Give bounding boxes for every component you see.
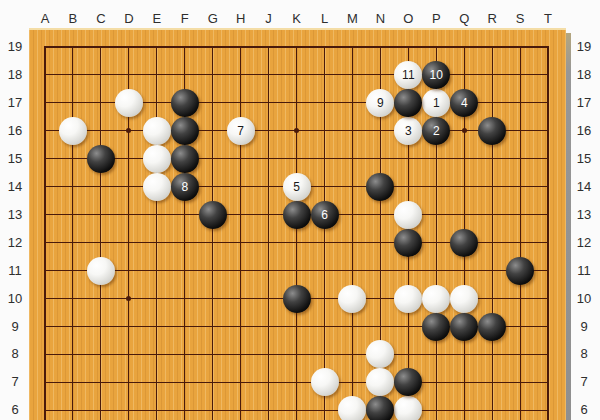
move-number-2: 2 (433, 125, 440, 137)
stone-white-E16[interactable] (143, 117, 171, 145)
row-label-right-12: 12 (571, 235, 597, 250)
board-edge-shadow (566, 33, 571, 420)
grid-line-horizontal-6 (44, 410, 549, 411)
row-label-left-12: 12 (2, 235, 28, 250)
col-label-A: A (35, 11, 55, 26)
stone-white-K14[interactable]: 5 (283, 173, 311, 201)
stone-white-P10[interactable] (422, 285, 450, 313)
col-label-H: H (231, 11, 251, 26)
row-label-right-9: 9 (571, 319, 597, 334)
stone-white-H16[interactable]: 7 (227, 117, 255, 145)
stone-white-M6[interactable] (338, 396, 366, 420)
move-number-1: 1 (433, 97, 440, 109)
grid-line-horizontal-15 (44, 158, 549, 159)
stone-white-O10[interactable] (394, 285, 422, 313)
stone-black-O12[interactable] (394, 229, 422, 257)
row-label-right-14: 14 (571, 179, 597, 194)
col-label-E: E (147, 11, 167, 26)
grid-line-horizontal-7 (44, 382, 549, 383)
stone-black-P9[interactable] (422, 313, 450, 341)
row-label-right-6: 6 (571, 402, 597, 417)
row-label-left-17: 17 (2, 95, 28, 110)
row-label-right-19: 19 (571, 39, 597, 54)
stone-white-O13[interactable] (394, 201, 422, 229)
stone-black-C15[interactable] (87, 145, 115, 173)
col-label-L: L (315, 11, 335, 26)
stone-black-N6[interactable] (366, 396, 394, 420)
stone-black-G13[interactable] (199, 201, 227, 229)
stone-black-F17[interactable] (171, 89, 199, 117)
move-number-7: 7 (237, 125, 244, 137)
col-label-C: C (91, 11, 111, 26)
move-number-3: 3 (405, 125, 412, 137)
row-label-right-7: 7 (571, 374, 597, 389)
move-number-10: 10 (430, 69, 443, 81)
col-label-T: T (538, 11, 558, 26)
stone-black-Q9[interactable] (450, 313, 478, 341)
row-label-left-7: 7 (2, 374, 28, 389)
stone-white-E15[interactable] (143, 145, 171, 173)
stone-white-E14[interactable] (143, 173, 171, 201)
move-number-6: 6 (321, 209, 328, 221)
row-label-left-18: 18 (2, 67, 28, 82)
stone-black-K13[interactable] (283, 201, 311, 229)
col-label-J: J (259, 11, 279, 26)
stone-white-L7[interactable] (311, 368, 339, 396)
row-label-left-6: 6 (2, 402, 28, 417)
col-label-R: R (482, 11, 502, 26)
stone-white-O6[interactable] (394, 396, 422, 420)
stone-white-B16[interactable] (59, 117, 87, 145)
grid-line-horizontal-11 (44, 270, 549, 271)
col-label-O: O (398, 11, 418, 26)
stone-black-Q17[interactable]: 4 (450, 89, 478, 117)
stone-white-M10[interactable] (338, 285, 366, 313)
stone-white-O16[interactable]: 3 (394, 117, 422, 145)
grid-line-horizontal-19 (44, 46, 549, 48)
row-label-left-13: 13 (2, 207, 28, 222)
stone-black-R16[interactable] (478, 117, 506, 145)
row-label-left-15: 15 (2, 151, 28, 166)
row-label-right-10: 10 (571, 291, 597, 306)
stone-black-L13[interactable]: 6 (311, 201, 339, 229)
row-label-right-15: 15 (571, 151, 597, 166)
col-label-P: P (426, 11, 446, 26)
grid-line-horizontal-18 (44, 74, 549, 75)
stone-black-Q12[interactable] (450, 229, 478, 257)
row-label-right-16: 16 (571, 123, 597, 138)
row-label-left-11: 11 (2, 263, 28, 278)
stone-black-F14[interactable]: 8 (171, 173, 199, 201)
col-label-K: K (287, 11, 307, 26)
stone-white-C11[interactable] (87, 257, 115, 285)
stone-black-K10[interactable] (283, 285, 311, 313)
col-label-S: S (510, 11, 530, 26)
col-label-M: M (342, 11, 362, 26)
row-label-left-8: 8 (2, 346, 28, 361)
stone-black-R9[interactable] (478, 313, 506, 341)
move-number-8: 8 (181, 181, 188, 193)
col-label-B: B (63, 11, 83, 26)
col-label-Q: Q (454, 11, 474, 26)
stone-black-N14[interactable] (366, 173, 394, 201)
col-label-N: N (370, 11, 390, 26)
stone-white-P17[interactable]: 1 (422, 89, 450, 117)
move-number-11: 11 (402, 69, 414, 81)
grid-line-horizontal-8 (44, 354, 549, 355)
move-number-4: 4 (461, 97, 468, 109)
stone-black-S11[interactable] (506, 257, 534, 285)
row-label-left-19: 19 (2, 39, 28, 54)
row-label-right-18: 18 (571, 67, 597, 82)
row-label-left-14: 14 (2, 179, 28, 194)
row-label-right-11: 11 (571, 263, 597, 278)
col-label-D: D (119, 11, 139, 26)
row-label-left-10: 10 (2, 291, 28, 306)
row-label-left-16: 16 (2, 123, 28, 138)
stone-black-F16[interactable] (171, 117, 199, 145)
go-board-diagram: ABCDEFGHJKLMNOPQRST 19181716151413121110… (0, 0, 600, 420)
stone-black-P16[interactable]: 2 (422, 117, 450, 145)
col-label-G: G (203, 11, 223, 26)
stone-white-Q10[interactable] (450, 285, 478, 313)
move-number-9: 9 (377, 97, 384, 109)
stone-white-D17[interactable] (115, 89, 143, 117)
move-number-5: 5 (293, 181, 300, 193)
stone-black-F15[interactable] (171, 145, 199, 173)
row-label-left-9: 9 (2, 319, 28, 334)
row-label-right-17: 17 (571, 95, 597, 110)
row-label-right-8: 8 (571, 346, 597, 361)
row-label-right-13: 13 (571, 207, 597, 222)
col-label-F: F (175, 11, 195, 26)
